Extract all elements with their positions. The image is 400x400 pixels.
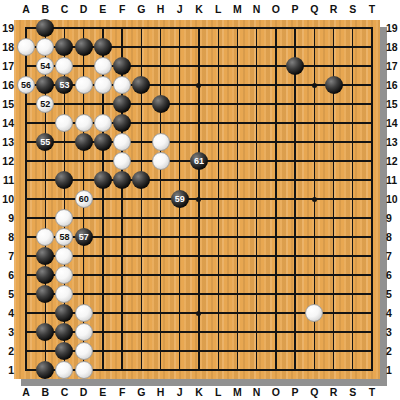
stone-B1	[36, 361, 54, 379]
coord-label-right-8: 8	[386, 230, 400, 244]
star-point-Q16	[312, 83, 317, 88]
coord-label-left-9: 9	[0, 211, 14, 225]
stone-G11	[132, 171, 150, 189]
coord-label-bottom-M: M	[228, 385, 246, 399]
coord-label-bottom-O: O	[267, 385, 285, 399]
stone-F11	[113, 171, 131, 189]
coord-label-left-2: 2	[0, 344, 14, 358]
move-number-label: 53	[59, 81, 69, 90]
stone-D2	[75, 342, 93, 360]
coord-label-top-M: M	[228, 2, 246, 16]
star-point-Q10	[312, 197, 317, 202]
coord-label-top-J: J	[171, 2, 189, 16]
coord-label-left-11: 11	[0, 173, 14, 187]
coord-label-top-T: T	[363, 2, 381, 16]
coord-label-left-13: 13	[0, 135, 14, 149]
coord-label-bottom-N: N	[248, 385, 266, 399]
coord-label-top-O: O	[267, 2, 285, 16]
coord-label-right-7: 7	[386, 249, 400, 263]
stone-F13	[113, 133, 131, 151]
stone-F15	[113, 95, 131, 113]
stone-C4	[55, 304, 73, 322]
coord-label-bottom-A: A	[17, 385, 35, 399]
coord-label-right-17: 17	[386, 59, 400, 73]
coord-label-bottom-J: J	[171, 385, 189, 399]
stone-D13	[75, 133, 93, 151]
stone-C7	[55, 247, 73, 265]
coord-label-left-10: 10	[0, 192, 14, 206]
stone-B15-move-52: 52	[36, 95, 54, 113]
move-number-label: 52	[40, 100, 50, 109]
move-number-label: 59	[175, 195, 185, 204]
coord-label-top-B: B	[36, 2, 54, 16]
stone-E18	[94, 38, 112, 56]
star-point-K16	[196, 83, 201, 88]
stone-B16	[36, 76, 54, 94]
coord-label-left-6: 6	[0, 268, 14, 282]
coord-label-right-3: 3	[386, 325, 400, 339]
coord-label-left-1: 1	[0, 363, 14, 377]
stone-C14	[55, 114, 73, 132]
stone-E13	[94, 133, 112, 151]
coord-label-bottom-E: E	[94, 385, 112, 399]
coord-label-top-K: K	[190, 2, 208, 16]
coord-label-top-P: P	[286, 2, 304, 16]
stone-C9	[55, 209, 73, 227]
grid-line-vertical	[294, 27, 295, 370]
stone-H15	[152, 95, 170, 113]
coord-label-top-C: C	[55, 2, 73, 16]
coord-label-left-4: 4	[0, 306, 14, 320]
move-number-label: 54	[40, 62, 50, 71]
grid-line-horizontal	[25, 255, 372, 256]
grid-line-horizontal	[25, 293, 372, 294]
go-diagram-page: 54565352556160595857 AABBCCDDEEFFGGHHJJK…	[0, 0, 400, 400]
stone-C3	[55, 323, 73, 341]
stone-D1	[75, 361, 93, 379]
grid-line-vertical	[275, 27, 276, 370]
stone-B18	[36, 38, 54, 56]
coord-label-top-R: R	[325, 2, 343, 16]
coord-label-left-12: 12	[0, 154, 14, 168]
coord-label-right-12: 12	[386, 154, 400, 168]
stone-D4	[75, 304, 93, 322]
coord-label-bottom-P: P	[286, 385, 304, 399]
coord-label-top-E: E	[94, 2, 112, 16]
coord-label-left-5: 5	[0, 287, 14, 301]
stone-C8-move-58: 58	[55, 228, 73, 246]
move-number-label: 56	[21, 81, 31, 90]
coord-label-left-3: 3	[0, 325, 14, 339]
coord-label-top-G: G	[132, 2, 150, 16]
grid-line-vertical	[352, 27, 353, 370]
move-number-label: 61	[194, 157, 204, 166]
grid-line-horizontal	[25, 217, 372, 218]
coord-label-right-13: 13	[386, 135, 400, 149]
stone-B5	[36, 285, 54, 303]
coord-label-left-19: 19	[0, 21, 14, 35]
coord-label-right-18: 18	[386, 40, 400, 54]
stone-D16	[75, 76, 93, 94]
stone-C5	[55, 285, 73, 303]
stone-H12	[152, 152, 170, 170]
coord-label-right-2: 2	[386, 344, 400, 358]
coord-label-bottom-H: H	[152, 385, 170, 399]
stone-F16	[113, 76, 131, 94]
stone-Q4	[305, 304, 323, 322]
coord-label-right-11: 11	[386, 173, 400, 187]
coord-label-right-1: 1	[386, 363, 400, 377]
coord-label-top-Q: Q	[305, 2, 323, 16]
coord-label-bottom-S: S	[344, 385, 362, 399]
coord-label-left-7: 7	[0, 249, 14, 263]
stone-H13	[152, 133, 170, 151]
grid-line-horizontal	[25, 274, 372, 275]
coord-label-left-8: 8	[0, 230, 14, 244]
coord-label-bottom-R: R	[325, 385, 343, 399]
coord-label-left-15: 15	[0, 97, 14, 111]
stone-C2	[55, 342, 73, 360]
move-number-label: 60	[79, 195, 89, 204]
stone-D14	[75, 114, 93, 132]
stone-E11	[94, 171, 112, 189]
coord-label-left-18: 18	[0, 40, 14, 54]
go-board[interactable]: 54565352556160595857	[14, 20, 380, 379]
stone-B3	[36, 323, 54, 341]
coord-label-right-9: 9	[386, 211, 400, 225]
stone-A18	[17, 38, 35, 56]
stone-C11	[55, 171, 73, 189]
stone-J10-move-59: 59	[171, 190, 189, 208]
stone-B13-move-55: 55	[36, 133, 54, 151]
star-point-K10	[196, 197, 201, 202]
coord-label-right-5: 5	[386, 287, 400, 301]
coord-label-top-A: A	[17, 2, 35, 16]
grid-line-vertical	[371, 27, 372, 370]
grid-line-vertical	[256, 27, 257, 370]
stone-C16-move-53: 53	[55, 76, 73, 94]
star-point-K4	[196, 311, 201, 316]
coord-label-top-H: H	[152, 2, 170, 16]
move-number-label: 58	[59, 233, 69, 242]
stone-C18	[55, 38, 73, 56]
stone-B7	[36, 247, 54, 265]
coord-label-right-16: 16	[386, 78, 400, 92]
stone-R16	[325, 76, 343, 94]
coord-label-bottom-K: K	[190, 385, 208, 399]
coord-label-right-10: 10	[386, 192, 400, 206]
move-number-label: 55	[40, 138, 50, 147]
coord-label-left-17: 17	[0, 59, 14, 73]
coord-label-bottom-L: L	[209, 385, 227, 399]
coord-label-right-6: 6	[386, 268, 400, 282]
grid-line-vertical	[237, 27, 238, 370]
coord-label-bottom-F: F	[113, 385, 131, 399]
stone-B6	[36, 266, 54, 284]
coord-label-bottom-G: G	[132, 385, 150, 399]
coord-label-top-S: S	[344, 2, 362, 16]
stone-C6	[55, 266, 73, 284]
stone-B17-move-54: 54	[36, 57, 54, 75]
coord-label-bottom-Q: Q	[305, 385, 323, 399]
coord-label-right-15: 15	[386, 97, 400, 111]
stone-F12	[113, 152, 131, 170]
stone-F14	[113, 114, 131, 132]
coord-label-bottom-T: T	[363, 385, 381, 399]
coord-label-right-4: 4	[386, 306, 400, 320]
coord-label-right-14: 14	[386, 116, 400, 130]
coord-label-top-N: N	[248, 2, 266, 16]
coord-label-bottom-C: C	[55, 385, 73, 399]
coord-label-left-16: 16	[0, 78, 14, 92]
stone-A16-move-56: 56	[17, 76, 35, 94]
stone-E14	[94, 114, 112, 132]
stone-F17	[113, 57, 131, 75]
stone-B8	[36, 228, 54, 246]
stone-E16	[94, 76, 112, 94]
coord-label-top-L: L	[209, 2, 227, 16]
stone-D18	[75, 38, 93, 56]
stone-G16	[132, 76, 150, 94]
stone-K12-move-61: 61	[190, 152, 208, 170]
stone-P17	[286, 57, 304, 75]
coord-label-left-14: 14	[0, 116, 14, 130]
move-number-label: 57	[79, 233, 89, 242]
stone-B19	[36, 19, 54, 37]
stone-D3	[75, 323, 93, 341]
coord-label-top-F: F	[113, 2, 131, 16]
stone-D10-move-60: 60	[75, 190, 93, 208]
coord-label-bottom-B: B	[36, 385, 54, 399]
stone-D8-move-57: 57	[75, 228, 93, 246]
coord-label-top-D: D	[75, 2, 93, 16]
stone-E17	[94, 57, 112, 75]
stone-C17	[55, 57, 73, 75]
stone-C1	[55, 361, 73, 379]
grid-line-vertical	[218, 27, 219, 370]
coord-label-bottom-D: D	[75, 385, 93, 399]
coord-label-right-19: 19	[386, 21, 400, 35]
